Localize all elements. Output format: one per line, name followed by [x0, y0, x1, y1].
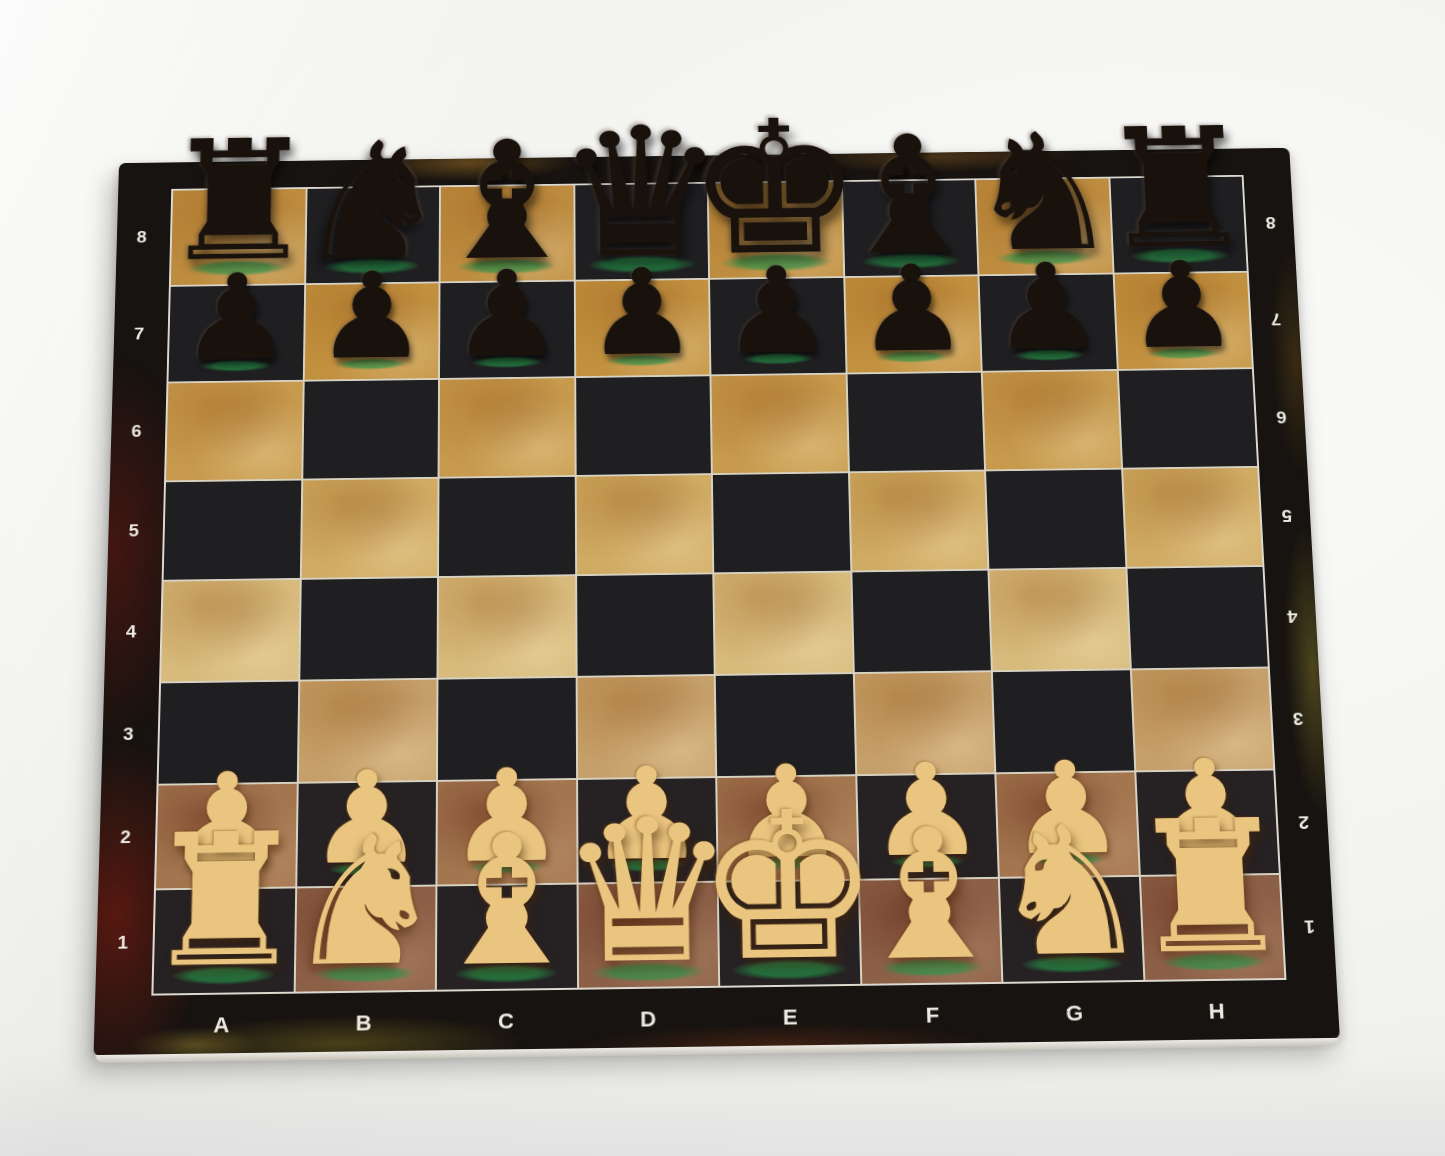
- square-d7[interactable]: ♟: [575, 279, 709, 376]
- file-label-a: A: [150, 996, 293, 1056]
- file-label-b: B: [292, 994, 435, 1054]
- rank-label-right-2: 2: [1277, 769, 1330, 874]
- square-h5[interactable]: [1123, 467, 1263, 567]
- file-label-d: D: [577, 990, 720, 1050]
- rank-label-right-5: 5: [1261, 465, 1313, 565]
- square-b4[interactable]: [300, 578, 437, 679]
- file-label-f: F: [861, 986, 1005, 1046]
- piece-black-pawn-b7[interactable]: ♟: [314, 256, 428, 376]
- square-a4[interactable]: [161, 580, 299, 681]
- square-f5[interactable]: [849, 471, 987, 571]
- square-b1[interactable]: ♞: [295, 886, 435, 992]
- rank-label-left-7: 7: [113, 285, 165, 383]
- file-label-c: C: [435, 992, 578, 1052]
- square-c4[interactable]: [438, 576, 575, 677]
- square-f6[interactable]: [847, 373, 984, 471]
- rank-label-right-8: 8: [1245, 174, 1296, 270]
- rank-label-right-3: 3: [1272, 667, 1325, 770]
- photo-background: { "game": "chess", "position": { "fen": …: [0, 0, 1445, 1156]
- square-c6[interactable]: [439, 378, 574, 476]
- rank-label-left-1: 1: [95, 890, 150, 997]
- rank-label-left-4: 4: [104, 581, 158, 683]
- square-a5[interactable]: [164, 480, 301, 580]
- square-g4[interactable]: [989, 569, 1129, 670]
- square-h6[interactable]: [1118, 369, 1257, 467]
- square-d5[interactable]: [576, 475, 712, 575]
- piece-black-pawn-h7[interactable]: ♟: [1123, 245, 1242, 365]
- square-h7[interactable]: ♟: [1114, 272, 1252, 369]
- rank-label-left-2: 2: [98, 785, 152, 890]
- square-a1[interactable]: ♜: [153, 888, 294, 994]
- square-c7[interactable]: ♟: [440, 281, 574, 378]
- square-b5[interactable]: [301, 478, 437, 578]
- board-grid: ♜♞♝♛♚♝♞♜♟♟♟♟♟♟♟♟♟♟♟♟♟♟♟♟♜♞♝♛♚♝♞♜: [153, 177, 1284, 994]
- square-f7[interactable]: ♟: [845, 276, 981, 373]
- piece-black-pawn-d7[interactable]: ♟: [585, 252, 699, 372]
- file-label-g: G: [1003, 984, 1147, 1044]
- file-label-e: E: [719, 988, 862, 1048]
- square-d6[interactable]: [576, 376, 711, 474]
- square-g7[interactable]: ♟: [979, 274, 1116, 371]
- square-a7[interactable]: ♟: [168, 285, 303, 382]
- square-h4[interactable]: [1127, 567, 1268, 668]
- rank-label-right-6: 6: [1256, 367, 1308, 466]
- piece-white-rook-h1[interactable]: ♜: [1124, 796, 1298, 980]
- square-b7[interactable]: ♟: [304, 283, 438, 380]
- rank-label-left-8: 8: [116, 189, 168, 286]
- piece-black-pawn-e7[interactable]: ♟: [720, 250, 835, 370]
- square-a6[interactable]: [166, 382, 302, 480]
- square-g1[interactable]: ♞: [1000, 876, 1143, 981]
- square-g5[interactable]: [986, 469, 1125, 569]
- rank-label-left-3: 3: [101, 682, 155, 786]
- square-h1[interactable]: ♜: [1140, 874, 1284, 979]
- piece-black-pawn-f7[interactable]: ♟: [854, 249, 970, 369]
- board-inner-frame: ♜♞♝♛♚♝♞♜♟♟♟♟♟♟♟♟♟♟♟♟♟♟♟♟♜♞♝♛♚♝♞♜: [151, 175, 1286, 996]
- piece-black-pawn-c7[interactable]: ♟: [450, 254, 563, 374]
- square-e7[interactable]: ♟: [710, 278, 845, 375]
- rank-label-right-1: 1: [1283, 874, 1337, 980]
- square-c5[interactable]: [439, 476, 575, 576]
- chess-board: 87654321 87654321 ABCDEFGH ♜♞♝♛♚♝♞♜♟♟♟♟♟…: [94, 148, 1340, 1056]
- square-d4[interactable]: [577, 574, 714, 675]
- piece-black-pawn-g7[interactable]: ♟: [989, 247, 1106, 367]
- square-c1[interactable]: ♝: [437, 884, 577, 990]
- file-label-h: H: [1145, 982, 1290, 1042]
- rank-label-left-6: 6: [110, 382, 163, 481]
- square-e1[interactable]: ♚: [719, 880, 860, 986]
- square-e5[interactable]: [713, 473, 850, 573]
- square-g6[interactable]: [983, 371, 1121, 469]
- square-f1[interactable]: ♝: [859, 878, 1001, 984]
- rank-label-right-7: 7: [1251, 270, 1302, 368]
- rank-label-right-4: 4: [1266, 565, 1318, 667]
- square-e6[interactable]: [711, 374, 847, 472]
- rank-label-left-5: 5: [107, 481, 160, 582]
- piece-white-knight-b1[interactable]: ♞: [283, 812, 447, 992]
- square-e4[interactable]: [714, 572, 852, 673]
- square-f4[interactable]: [852, 571, 991, 672]
- square-b6[interactable]: [303, 380, 438, 478]
- piece-black-pawn-a7[interactable]: ♟: [179, 257, 294, 377]
